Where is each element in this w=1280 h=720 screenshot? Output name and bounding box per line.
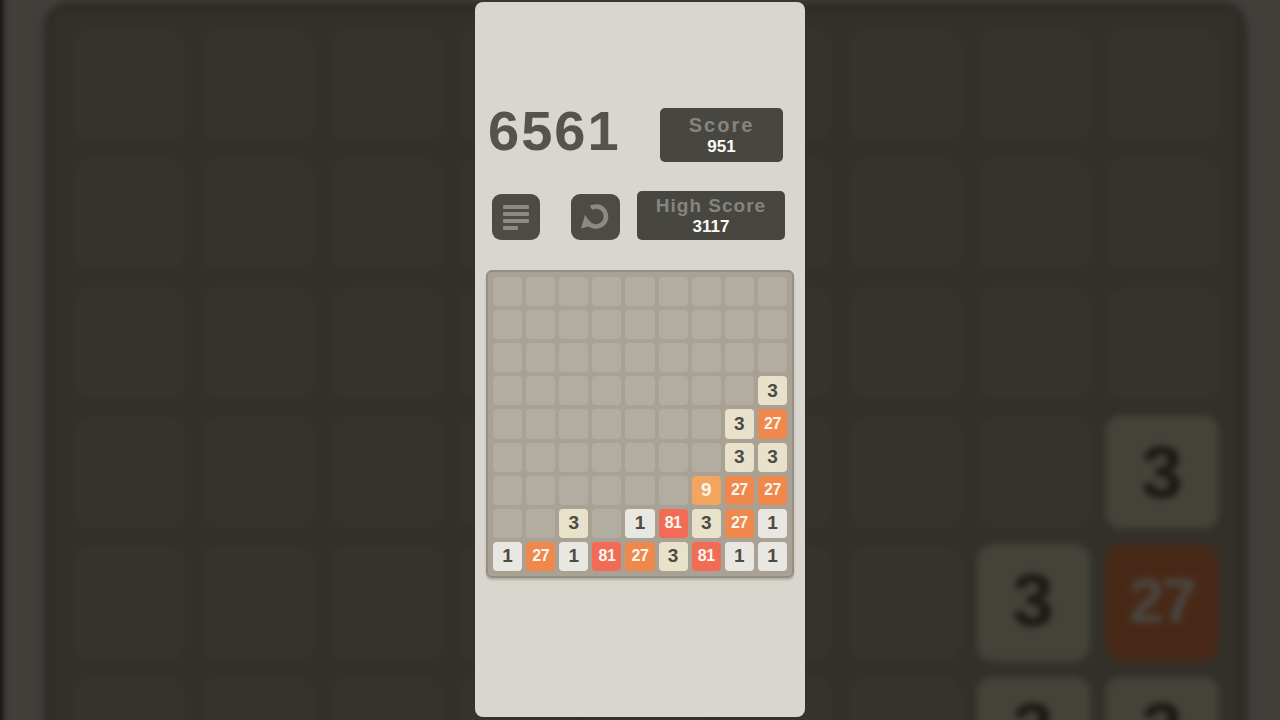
empty-cell — [493, 343, 522, 372]
tile-3: 3 — [758, 443, 787, 472]
empty-cell — [559, 310, 588, 339]
empty-cell — [592, 409, 621, 438]
empty-cell — [625, 443, 654, 472]
empty-cell — [725, 376, 754, 405]
tile-9: 9 — [692, 476, 721, 505]
tile-1: 1 — [725, 542, 754, 571]
empty-cell — [559, 277, 588, 306]
empty-cell — [725, 277, 754, 306]
tile-1: 1 — [625, 509, 654, 538]
empty-cell — [659, 476, 688, 505]
empty-cell — [659, 343, 688, 372]
empty-cell — [526, 343, 555, 372]
empty-cell — [758, 310, 787, 339]
empty-cell — [559, 476, 588, 505]
empty-cell — [526, 376, 555, 405]
empty-cell — [592, 310, 621, 339]
tile-1: 1 — [758, 509, 787, 538]
empty-cell — [692, 310, 721, 339]
tile-3: 3 — [725, 409, 754, 438]
score-label: Score — [689, 114, 755, 137]
score-value: 951 — [707, 137, 735, 156]
empty-cell — [659, 409, 688, 438]
empty-cell — [559, 409, 588, 438]
empty-cell — [592, 443, 621, 472]
empty-cell — [659, 310, 688, 339]
empty-cell — [659, 277, 688, 306]
empty-cell — [526, 476, 555, 505]
empty-cell — [493, 277, 522, 306]
game-board[interactable]: 33273392727318132711271812738111 — [486, 270, 794, 578]
empty-cell — [725, 343, 754, 372]
empty-cell — [592, 277, 621, 306]
tile-27: 27 — [758, 409, 787, 438]
tile-81: 81 — [659, 509, 688, 538]
tile-1: 1 — [559, 542, 588, 571]
empty-cell — [493, 509, 522, 538]
empty-cell — [592, 376, 621, 405]
empty-cell — [526, 409, 555, 438]
tile-27: 27 — [526, 542, 555, 571]
tile-1: 1 — [758, 542, 787, 571]
app-screen: 6561 Score 951 High Score 3117 332733927… — [475, 2, 805, 717]
empty-cell — [493, 376, 522, 405]
empty-cell — [592, 509, 621, 538]
empty-cell — [493, 409, 522, 438]
restart-button[interactable] — [571, 194, 620, 240]
high-score-label: High Score — [656, 195, 766, 217]
empty-cell — [692, 409, 721, 438]
empty-cell — [625, 277, 654, 306]
restart-icon — [571, 194, 620, 240]
empty-cell — [526, 310, 555, 339]
empty-cell — [526, 509, 555, 538]
tile-3: 3 — [725, 443, 754, 472]
tile-3: 3 — [758, 376, 787, 405]
tile-81: 81 — [692, 542, 721, 571]
tile-81: 81 — [592, 542, 621, 571]
empty-cell — [625, 409, 654, 438]
video-frame: 33273392727318132711271812738111 6561 Sc… — [0, 0, 1280, 720]
empty-cell — [625, 376, 654, 405]
empty-cell — [758, 277, 787, 306]
empty-cell — [625, 476, 654, 505]
empty-cell — [692, 343, 721, 372]
tile-27: 27 — [625, 542, 654, 571]
empty-cell — [725, 310, 754, 339]
empty-cell — [559, 443, 588, 472]
menu-icon — [503, 205, 529, 230]
empty-cell — [559, 376, 588, 405]
empty-cell — [758, 343, 787, 372]
tile-3: 3 — [559, 509, 588, 538]
high-score-box: High Score 3117 — [637, 191, 785, 240]
empty-cell — [692, 443, 721, 472]
high-score-value: 3117 — [693, 217, 730, 236]
empty-cell — [692, 376, 721, 405]
empty-cell — [526, 443, 555, 472]
tile-1: 1 — [493, 542, 522, 571]
tile-3: 3 — [692, 509, 721, 538]
tile-27: 27 — [725, 476, 754, 505]
empty-cell — [692, 277, 721, 306]
empty-cell — [625, 343, 654, 372]
tile-27: 27 — [758, 476, 787, 505]
empty-cell — [659, 443, 688, 472]
app-title: 6561 — [488, 102, 621, 160]
empty-cell — [592, 343, 621, 372]
score-box: Score 951 — [660, 108, 783, 162]
empty-cell — [493, 476, 522, 505]
tile-27: 27 — [725, 509, 754, 538]
empty-cell — [526, 277, 555, 306]
empty-cell — [493, 443, 522, 472]
menu-button[interactable] — [492, 194, 540, 240]
empty-cell — [493, 310, 522, 339]
tile-3: 3 — [659, 542, 688, 571]
empty-cell — [559, 343, 588, 372]
empty-cell — [659, 376, 688, 405]
empty-cell — [625, 310, 654, 339]
empty-cell — [592, 476, 621, 505]
